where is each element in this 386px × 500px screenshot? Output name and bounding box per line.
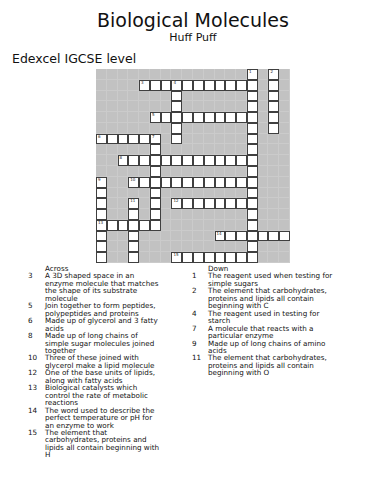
blocked-cell — [118, 198, 129, 209]
blocked-cell — [258, 220, 269, 231]
grid-cell[interactable]: 12 — [171, 198, 182, 209]
grid-cell[interactable] — [247, 91, 258, 102]
blocked-cell — [161, 231, 172, 242]
blocked-cell — [279, 134, 290, 145]
grid-cell[interactable] — [204, 198, 215, 209]
clue-number: 5 — [28, 302, 45, 317]
blocked-cell — [150, 252, 161, 263]
clue-item: 11The element that carbohydrates, protei… — [192, 354, 342, 376]
cell-number: 7 — [152, 135, 155, 139]
grid-cell[interactable] — [128, 134, 139, 145]
blocked-cell — [258, 101, 269, 112]
blocked-cell — [107, 231, 118, 242]
blocked-cell — [193, 91, 204, 102]
grid-cell[interactable]: 14 — [215, 231, 226, 242]
blocked-cell — [139, 188, 150, 199]
grid-cell[interactable] — [204, 80, 215, 91]
blocked-cell — [139, 144, 150, 155]
blocked-cell — [182, 134, 193, 145]
grid-cell[interactable] — [171, 134, 182, 145]
grid-cell[interactable] — [225, 155, 236, 166]
blocked-cell — [279, 144, 290, 155]
blocked-cell — [107, 80, 118, 91]
grid-cell[interactable] — [247, 155, 258, 166]
worksheet-page: Biological Molecules Huff Puff Edexcel I… — [0, 0, 386, 500]
blocked-cell — [268, 220, 279, 231]
blocked-cell — [107, 91, 118, 102]
clue-number: 14 — [28, 407, 45, 429]
grid-cell[interactable] — [150, 80, 161, 91]
cell-number: 13 — [98, 221, 103, 225]
grid-cell[interactable] — [247, 220, 258, 231]
grid-cell[interactable] — [268, 231, 279, 242]
grid-cell[interactable] — [247, 209, 258, 220]
cell-number: 4 — [173, 81, 176, 85]
clue-number: 12 — [28, 369, 45, 384]
grid-cell[interactable] — [182, 112, 193, 123]
blocked-cell — [236, 69, 247, 80]
blocked-cell — [107, 144, 118, 155]
grid-cell[interactable] — [150, 155, 161, 166]
blocked-cell — [118, 241, 129, 252]
across-clues-section: Across 3A 3D shaped space in an enzyme m… — [28, 265, 169, 459]
grid-cell[interactable] — [204, 177, 215, 188]
blocked-cell — [161, 209, 172, 220]
blocked-cell — [171, 241, 182, 252]
blocked-cell — [96, 80, 107, 91]
cell-number: 6 — [98, 135, 101, 139]
grid-cell[interactable]: 8 — [118, 155, 129, 166]
blocked-cell — [225, 188, 236, 199]
grid-cell[interactable] — [247, 177, 258, 188]
grid-cell[interactable] — [247, 241, 258, 252]
blocked-cell — [139, 91, 150, 102]
blocked-cell — [150, 91, 161, 102]
grid-cell[interactable] — [139, 155, 150, 166]
blocked-cell — [139, 198, 150, 209]
blocked-cell — [139, 209, 150, 220]
blocked-cell — [161, 252, 172, 263]
grid-cell[interactable] — [96, 198, 107, 209]
blocked-cell — [279, 166, 290, 177]
grid-cell[interactable] — [139, 177, 150, 188]
blocked-cell — [182, 231, 193, 242]
grid-cell[interactable] — [96, 209, 107, 220]
blocked-cell — [225, 69, 236, 80]
blocked-cell — [193, 241, 204, 252]
grid-cell[interactable] — [150, 166, 161, 177]
blocked-cell — [118, 209, 129, 220]
blocked-cell — [150, 231, 161, 242]
blocked-cell — [279, 252, 290, 263]
grid-cell[interactable] — [96, 241, 107, 252]
grid-cell[interactable] — [128, 209, 139, 220]
clue-number: 1 — [192, 272, 208, 287]
blocked-cell — [268, 177, 279, 188]
blocked-cell — [96, 155, 107, 166]
blocked-cell — [225, 220, 236, 231]
blocked-cell — [118, 166, 129, 177]
blocked-cell — [128, 101, 139, 112]
grid-cell[interactable] — [150, 209, 161, 220]
grid-cell[interactable] — [225, 80, 236, 91]
blocked-cell — [171, 69, 182, 80]
cell-number: 12 — [173, 199, 178, 203]
blocked-cell — [128, 69, 139, 80]
grid-cell[interactable]: 5 — [150, 112, 161, 123]
blocked-cell — [279, 123, 290, 134]
clue-item: 13Biological catalysts which control the… — [28, 384, 169, 406]
blocked-cell — [161, 91, 172, 102]
grid-cell[interactable] — [182, 198, 193, 209]
blocked-cell — [193, 188, 204, 199]
blocked-cell — [161, 220, 172, 231]
blocked-cell — [139, 252, 150, 263]
blocked-cell — [236, 188, 247, 199]
grid-cell[interactable]: 4 — [171, 80, 182, 91]
grid-cell[interactable] — [161, 80, 172, 91]
blocked-cell — [128, 188, 139, 199]
clue-text: The reagent used in testing for starch — [208, 310, 336, 325]
grid-cell[interactable] — [247, 80, 258, 91]
blocked-cell — [171, 209, 182, 220]
blocked-cell — [236, 134, 247, 145]
blocked-cell — [193, 144, 204, 155]
clue-number: 13 — [28, 384, 45, 406]
blocked-cell — [279, 198, 290, 209]
grid-cell[interactable] — [225, 252, 236, 263]
grid-cell[interactable] — [150, 144, 161, 155]
grid-cell[interactable] — [182, 177, 193, 188]
grid-cell[interactable] — [107, 134, 118, 145]
grid-cell[interactable] — [193, 112, 204, 123]
grid-cell[interactable] — [96, 231, 107, 242]
blocked-cell — [279, 155, 290, 166]
grid-cell[interactable] — [225, 198, 236, 209]
grid-cell[interactable] — [193, 198, 204, 209]
grid-cell[interactable] — [171, 155, 182, 166]
blocked-cell — [204, 101, 215, 112]
blocked-cell — [107, 241, 118, 252]
clue-number: 9 — [192, 340, 208, 355]
grid-cell[interactable] — [193, 177, 204, 188]
grid-cell[interactable] — [236, 231, 247, 242]
blocked-cell — [236, 144, 247, 155]
blocked-cell — [204, 144, 215, 155]
grid-cell[interactable] — [225, 112, 236, 123]
blocked-cell — [161, 134, 172, 145]
blocked-cell — [204, 241, 215, 252]
blocked-cell — [128, 166, 139, 177]
grid-cell[interactable] — [150, 198, 161, 209]
grid-cell[interactable] — [247, 134, 258, 145]
clue-number: 10 — [28, 354, 45, 369]
blocked-cell — [279, 209, 290, 220]
blocked-cell — [193, 101, 204, 112]
blocked-cell — [171, 231, 182, 242]
grid-cell[interactable] — [236, 155, 247, 166]
blocked-cell — [161, 198, 172, 209]
blocked-cell — [236, 166, 247, 177]
grid-cell[interactable] — [161, 112, 172, 123]
blocked-cell — [182, 69, 193, 80]
blocked-cell — [193, 134, 204, 145]
blocked-cell — [236, 91, 247, 102]
blocked-cell — [279, 220, 290, 231]
cell-number: 15 — [173, 253, 178, 257]
clue-text: Biological catalysts which control the r… — [45, 384, 162, 406]
blocked-cell — [139, 101, 150, 112]
grid-cell[interactable] — [247, 166, 258, 177]
grid-cell[interactable] — [182, 252, 193, 263]
grid-cell[interactable] — [268, 123, 279, 134]
grid-cell[interactable] — [236, 112, 247, 123]
blocked-cell — [96, 144, 107, 155]
blocked-cell — [139, 166, 150, 177]
blocked-cell — [204, 220, 215, 231]
blocked-cell — [96, 166, 107, 177]
blocked-cell — [215, 241, 226, 252]
grid-cell[interactable]: 10 — [128, 177, 139, 188]
clue-number: 2 — [192, 287, 208, 309]
blocked-cell — [268, 241, 279, 252]
grid-cell[interactable] — [204, 155, 215, 166]
blocked-cell — [193, 209, 204, 220]
blocked-cell — [182, 123, 193, 134]
blocked-cell — [118, 188, 129, 199]
grid-cell[interactable] — [182, 155, 193, 166]
blocked-cell — [193, 166, 204, 177]
blocked-cell — [204, 91, 215, 102]
grid-cell[interactable] — [215, 177, 226, 188]
blocked-cell — [107, 188, 118, 199]
blocked-cell — [107, 177, 118, 188]
blocked-cell — [279, 69, 290, 80]
blocked-cell — [128, 123, 139, 134]
grid-cell[interactable]: 13 — [96, 220, 107, 231]
blocked-cell — [258, 241, 269, 252]
blocked-cell — [161, 144, 172, 155]
clue-text: The reagent used when testing for simple… — [208, 272, 336, 287]
clue-item: 5Join together to form peptides, polypep… — [28, 302, 169, 317]
grid-cell[interactable]: 6 — [96, 134, 107, 145]
down-clue-list: 1The reagent used when testing for simpl… — [192, 272, 342, 376]
puzzle-subtitle: Huff Puff — [0, 31, 386, 44]
blocked-cell — [128, 91, 139, 102]
grid-cell[interactable] — [268, 91, 279, 102]
grid-cell[interactable] — [215, 198, 226, 209]
blocked-cell — [118, 144, 129, 155]
grid-cell[interactable] — [268, 101, 279, 112]
blocked-cell — [236, 220, 247, 231]
blocked-cell — [118, 177, 129, 188]
clue-text: The element that carbohydrates, proteins… — [45, 429, 162, 459]
blocked-cell — [204, 231, 215, 242]
grid-cell[interactable] — [150, 177, 161, 188]
clue-number: 4 — [192, 310, 208, 325]
grid-cell[interactable] — [268, 112, 279, 123]
blocked-cell — [279, 80, 290, 91]
grid-cell[interactable] — [150, 220, 161, 231]
blocked-cell — [107, 155, 118, 166]
blocked-cell — [128, 144, 139, 155]
blocked-cell — [96, 69, 107, 80]
blocked-cell — [215, 209, 226, 220]
crossword-board: 123456789101112131415 — [96, 69, 290, 263]
clue-item: 14The word used to describe the perfect … — [28, 407, 169, 429]
blocked-cell — [258, 91, 269, 102]
grid-cell[interactable] — [118, 134, 129, 145]
grid-cell[interactable] — [236, 80, 247, 91]
blocked-cell — [182, 144, 193, 155]
across-clue-list: 3A 3D shaped space in an enzyme molecule… — [28, 272, 169, 458]
clue-text: Join together to form peptides, polypept… — [45, 302, 162, 317]
clue-item: 10Three of these joined with glycerol ma… — [28, 354, 169, 369]
grid-cell[interactable]: 7 — [150, 134, 161, 145]
grid-cell[interactable]: 11 — [128, 198, 139, 209]
grid-cell[interactable]: 3 — [139, 80, 150, 91]
blocked-cell — [139, 123, 150, 134]
clue-text: Made up of glycerol and 3 fatty acids — [45, 317, 162, 332]
grid-cell[interactable] — [128, 155, 139, 166]
blocked-cell — [118, 80, 129, 91]
blocked-cell — [258, 209, 269, 220]
blocked-cell — [258, 80, 269, 91]
clue-text: One of the base units of lipids, along w… — [45, 369, 162, 384]
blocked-cell — [204, 188, 215, 199]
blocked-cell — [139, 231, 150, 242]
grid-cell[interactable] — [150, 188, 161, 199]
blocked-cell — [215, 220, 226, 231]
clue-number: 15 — [28, 429, 45, 459]
blocked-cell — [215, 166, 226, 177]
clue-text: The element that carbohydrates, proteins… — [208, 354, 336, 376]
grid-cell[interactable] — [193, 80, 204, 91]
grid-cell[interactable] — [204, 112, 215, 123]
clue-text: Made up of long chains of amino acids — [208, 340, 336, 355]
grid-cell[interactable] — [182, 80, 193, 91]
grid-cell[interactable] — [107, 220, 118, 231]
puzzle-title: Biological Molecules — [0, 9, 386, 31]
grid-cell[interactable] — [225, 177, 236, 188]
grid-cell[interactable] — [161, 155, 172, 166]
blocked-cell — [193, 123, 204, 134]
blocked-cell — [225, 144, 236, 155]
grid-cell[interactable] — [139, 220, 150, 231]
grid-cell[interactable] — [128, 220, 139, 231]
grid-cell[interactable] — [247, 123, 258, 134]
grid-cell[interactable] — [215, 252, 226, 263]
blocked-cell — [118, 231, 129, 242]
blocked-cell — [182, 241, 193, 252]
grid-cell[interactable] — [171, 112, 182, 123]
blocked-cell — [107, 101, 118, 112]
grid-cell[interactable] — [215, 155, 226, 166]
level-label: Edexcel IGCSE level — [12, 51, 136, 66]
grid-cell[interactable] — [247, 101, 258, 112]
grid-cell[interactable] — [247, 231, 258, 242]
grid-cell[interactable] — [193, 252, 204, 263]
blocked-cell — [139, 112, 150, 123]
blocked-cell — [279, 91, 290, 102]
grid-cell[interactable] — [171, 123, 182, 134]
grid-cell[interactable]: 1 — [247, 69, 258, 80]
grid-cell[interactable] — [193, 155, 204, 166]
grid-cell[interactable] — [171, 177, 182, 188]
blocked-cell — [128, 80, 139, 91]
clue-item: 15The element that carbohydrates, protei… — [28, 429, 169, 459]
clue-text: A 3D shaped space in an enzyme molecule … — [45, 272, 162, 302]
grid-cell[interactable] — [247, 144, 258, 155]
grid-cell[interactable] — [279, 231, 290, 242]
grid-cell[interactable] — [247, 198, 258, 209]
down-clues-section: Down 1The reagent used when testing for … — [192, 265, 342, 377]
grid-cell[interactable] — [161, 177, 172, 188]
grid-cell[interactable] — [204, 252, 215, 263]
grid-cell[interactable] — [128, 231, 139, 242]
grid-cell[interactable] — [118, 220, 129, 231]
grid-cell[interactable] — [258, 231, 269, 242]
grid-cell[interactable] — [128, 252, 139, 263]
clue-item: 9Made up of long chains of amino acids — [192, 340, 342, 355]
blocked-cell — [225, 101, 236, 112]
cell-number: 14 — [217, 232, 222, 236]
grid-cell[interactable] — [96, 188, 107, 199]
clue-number: 6 — [28, 317, 45, 332]
blocked-cell — [279, 101, 290, 112]
grid-cell[interactable] — [171, 101, 182, 112]
blocked-cell — [204, 123, 215, 134]
grid-cell[interactable] — [225, 231, 236, 242]
blocked-cell — [258, 155, 269, 166]
grid-cell[interactable] — [215, 112, 226, 123]
clue-item: 4The reagent used in testing for starch — [192, 310, 342, 325]
blocked-cell — [258, 134, 269, 145]
grid-cell[interactable]: 15 — [171, 252, 182, 263]
grid-cell[interactable] — [247, 112, 258, 123]
grid-cell[interactable] — [215, 80, 226, 91]
grid-cell[interactable] — [268, 80, 279, 91]
blocked-cell — [225, 91, 236, 102]
blocked-cell — [236, 209, 247, 220]
blocked-cell — [107, 166, 118, 177]
blocked-cell — [279, 241, 290, 252]
grid-cell[interactable] — [128, 241, 139, 252]
grid-cell[interactable] — [171, 91, 182, 102]
blocked-cell — [171, 188, 182, 199]
grid-cell[interactable] — [247, 188, 258, 199]
grid-cell[interactable] — [247, 252, 258, 263]
grid-cell[interactable] — [236, 252, 247, 263]
blocked-cell — [258, 198, 269, 209]
blocked-cell — [161, 69, 172, 80]
grid-cell[interactable] — [96, 252, 107, 263]
grid-cell[interactable]: 2 — [268, 69, 279, 80]
blocked-cell — [96, 112, 107, 123]
grid-cell[interactable]: 9 — [96, 177, 107, 188]
blocked-cell — [96, 101, 107, 112]
cell-number: 2 — [270, 70, 273, 74]
blocked-cell — [268, 252, 279, 263]
blocked-cell — [150, 241, 161, 252]
blocked-cell — [204, 69, 215, 80]
grid-cell[interactable] — [236, 198, 247, 209]
blocked-cell — [171, 144, 182, 155]
grid-cell[interactable] — [139, 134, 150, 145]
clue-item: 7A molecule that reacts with a particula… — [192, 325, 342, 340]
grid-cell[interactable] — [236, 177, 247, 188]
blocked-cell — [150, 69, 161, 80]
